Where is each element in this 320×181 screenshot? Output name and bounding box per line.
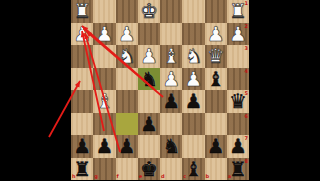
black-pawn-e6: ♟ xyxy=(140,113,158,133)
black-knight-d7: ♞ xyxy=(162,136,180,156)
square-a5: ♛5 xyxy=(227,90,249,113)
black-pawn-g7: ♟ xyxy=(95,136,113,156)
white-pawn-h2: ♟ xyxy=(73,23,91,43)
square-c5: ♟ xyxy=(182,90,204,113)
square-c2 xyxy=(182,23,204,46)
square-d6 xyxy=(160,113,182,136)
square-b5 xyxy=(205,90,227,113)
black-bishop-b4: ♝ xyxy=(207,68,225,88)
white-pawn-g2: ♟ xyxy=(95,23,113,43)
square-c4: ♟ xyxy=(182,68,204,91)
rank-label-3: 3 xyxy=(245,46,248,51)
square-h3 xyxy=(71,45,93,68)
square-d5: ♟ xyxy=(160,90,182,113)
square-d7: ♞ xyxy=(160,135,182,158)
square-d8: d xyxy=(160,158,182,181)
white-bishop-g5: ♝ xyxy=(95,91,113,111)
square-a3: 3 xyxy=(227,45,249,68)
rank-label-6: 6 xyxy=(245,114,248,119)
square-f5 xyxy=(116,90,138,113)
square-d3: ♝ xyxy=(160,45,182,68)
square-b2: ♟ xyxy=(205,23,227,46)
black-pawn-d5: ♟ xyxy=(162,91,180,111)
rank-label-8: 8 xyxy=(245,159,248,164)
white-pawn-b2: ♟ xyxy=(207,23,225,43)
square-c6 xyxy=(182,113,204,136)
square-e1: ♚ xyxy=(138,0,160,23)
square-h6 xyxy=(71,113,93,136)
rank-label-2: 2 xyxy=(245,24,248,29)
white-knight-f3: ♞ xyxy=(118,46,136,66)
square-g6 xyxy=(93,113,115,136)
square-g3 xyxy=(93,45,115,68)
file-label-c: c xyxy=(183,174,186,179)
square-h4 xyxy=(71,68,93,91)
square-a2: ♟2 xyxy=(227,23,249,46)
white-rook-h1: ♜ xyxy=(73,1,91,21)
square-f6 xyxy=(116,113,138,136)
file-label-d: d xyxy=(161,174,165,179)
square-e2 xyxy=(138,23,160,46)
file-label-e: e xyxy=(139,174,142,179)
black-pawn-h7: ♟ xyxy=(73,136,91,156)
rank-label-7: 7 xyxy=(245,136,248,141)
square-e8: ♚e xyxy=(138,158,160,181)
rank-label-4: 4 xyxy=(245,69,248,74)
square-b8: b xyxy=(205,158,227,181)
white-knight-c3: ♞ xyxy=(184,46,202,66)
square-h7: ♟ xyxy=(71,135,93,158)
square-e5 xyxy=(138,90,160,113)
square-h5 xyxy=(71,90,93,113)
file-label-g: g xyxy=(94,174,98,179)
square-f8: f xyxy=(116,158,138,181)
rank-label-1: 1 xyxy=(245,1,248,6)
black-pawn-c5: ♟ xyxy=(184,91,202,111)
square-f4 xyxy=(116,68,138,91)
square-g2: ♟ xyxy=(93,23,115,46)
square-b3: ♛ xyxy=(205,45,227,68)
square-e7 xyxy=(138,135,160,158)
square-b1 xyxy=(205,0,227,23)
black-pawn-f7: ♟ xyxy=(118,136,136,156)
square-c1 xyxy=(182,0,204,23)
white-bishop-d3: ♝ xyxy=(162,46,180,66)
square-g5: ♝ xyxy=(93,90,115,113)
rank-label-5: 5 xyxy=(245,91,248,96)
black-knight-e4: ♞ xyxy=(140,68,158,88)
square-f7: ♟ xyxy=(116,135,138,158)
square-a7: ♟7 xyxy=(227,135,249,158)
file-label-h: h xyxy=(72,174,76,179)
square-d4: ♟ xyxy=(160,68,182,91)
chess-board: ♜♚♜1♟♟♟♟♟2♞♟♝♞♛3♞♟♟♝4♝♟♟♛5♟6♟♟♟♞♟♟7♜hgf♚… xyxy=(71,0,249,180)
square-g7: ♟ xyxy=(93,135,115,158)
file-label-b: b xyxy=(206,174,210,179)
square-c7 xyxy=(182,135,204,158)
square-h2: ♟ xyxy=(71,23,93,46)
white-king-e1: ♚ xyxy=(140,1,158,21)
square-e6: ♟ xyxy=(138,113,160,136)
black-bishop-c8: ♝ xyxy=(184,158,202,178)
square-h1: ♜ xyxy=(71,0,93,23)
square-a1: ♜1 xyxy=(227,0,249,23)
square-a6: 6 xyxy=(227,113,249,136)
square-b7: ♟ xyxy=(205,135,227,158)
square-b4: ♝ xyxy=(205,68,227,91)
white-queen-b3: ♛ xyxy=(207,46,225,66)
white-pawn-f2: ♟ xyxy=(118,23,136,43)
square-d2 xyxy=(160,23,182,46)
square-f3: ♞ xyxy=(116,45,138,68)
file-label-a: a xyxy=(228,174,231,179)
square-a8: ♜8a xyxy=(227,158,249,181)
video-thumbnail: ♜♚♜1♟♟♟♟♟2♞♟♝♞♛3♞♟♟♝4♝♟♟♛5♟6♟♟♟♞♟♟7♜hgf♚… xyxy=(0,0,320,180)
square-g1 xyxy=(93,0,115,23)
white-pawn-c4: ♟ xyxy=(184,68,202,88)
square-b6 xyxy=(205,113,227,136)
black-pawn-b7: ♟ xyxy=(207,136,225,156)
white-pawn-d4: ♟ xyxy=(162,68,180,88)
square-d1 xyxy=(160,0,182,23)
square-h8: ♜h xyxy=(71,158,93,181)
file-label-f: f xyxy=(117,174,119,179)
square-a4: 4 xyxy=(227,68,249,91)
square-f2: ♟ xyxy=(116,23,138,46)
square-e3: ♟ xyxy=(138,45,160,68)
white-pawn-e3: ♟ xyxy=(140,46,158,66)
black-king-e8: ♚ xyxy=(140,158,158,178)
square-g8: g xyxy=(93,158,115,181)
square-c3: ♞ xyxy=(182,45,204,68)
square-e4: ♞ xyxy=(138,68,160,91)
square-g4 xyxy=(93,68,115,91)
square-f1 xyxy=(116,0,138,23)
square-c8: ♝c xyxy=(182,158,204,181)
